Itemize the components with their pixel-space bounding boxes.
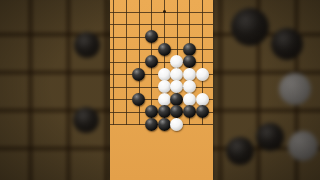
white-stone — [170, 55, 183, 68]
blurred-stone — [226, 137, 254, 165]
white-stone — [196, 68, 209, 81]
video-frame[interactable] — [0, 0, 320, 180]
black-stone — [158, 118, 171, 131]
white-stone — [170, 118, 183, 131]
grid-line-horizontal — [110, 24, 213, 25]
blurred-stone — [231, 8, 269, 46]
black-stone — [170, 93, 183, 106]
black-stone — [132, 93, 145, 106]
white-stone — [158, 68, 171, 81]
black-stone — [196, 105, 209, 118]
grid-line-horizontal — [110, 12, 213, 13]
black-stone — [145, 105, 158, 118]
blurred-stone — [271, 28, 303, 60]
black-stone — [145, 55, 158, 68]
star-point-marker — [163, 10, 166, 13]
grid-line-horizontal — [110, 37, 213, 38]
black-stone — [170, 105, 183, 118]
blurred-stone — [288, 131, 318, 161]
white-stone — [170, 68, 183, 81]
blurred-stone — [73, 107, 99, 133]
black-stone — [183, 43, 196, 56]
black-stone — [158, 43, 171, 56]
blurred-stone — [279, 73, 311, 105]
black-stone — [183, 105, 196, 118]
black-stone — [132, 68, 145, 81]
grid-line-horizontal — [110, 62, 213, 63]
white-stone — [158, 93, 171, 106]
white-stone — [158, 80, 171, 93]
black-stone — [145, 118, 158, 131]
go-board — [110, 0, 213, 180]
black-stone — [145, 30, 158, 43]
black-stone — [183, 55, 196, 68]
white-stone — [183, 68, 196, 81]
white-stone — [196, 93, 209, 106]
blurred-stone — [256, 123, 284, 151]
white-stone — [170, 80, 183, 93]
white-stone — [183, 93, 196, 106]
blurred-stone — [74, 32, 100, 58]
white-stone — [183, 80, 196, 93]
black-stone — [158, 105, 171, 118]
